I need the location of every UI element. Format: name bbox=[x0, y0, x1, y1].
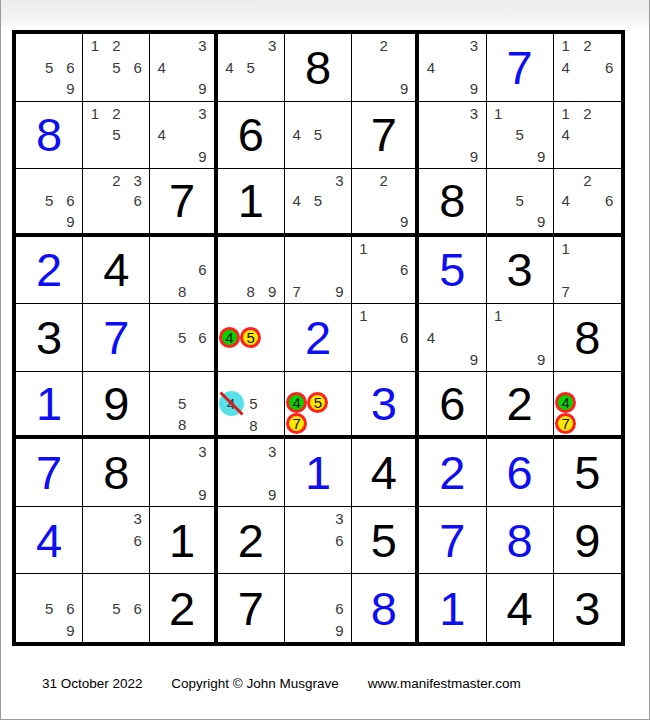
given-digit: 5 bbox=[371, 517, 397, 564]
candidate: 3 bbox=[463, 103, 484, 125]
candidate: 2 bbox=[106, 35, 127, 57]
candidate: 6 bbox=[192, 259, 212, 281]
candidate-grid: 49 bbox=[420, 305, 484, 370]
candidate: 6 bbox=[329, 597, 350, 619]
cell-r8c4[interactable]: 2 bbox=[218, 507, 285, 575]
cell-r3c4[interactable]: 1 bbox=[218, 169, 285, 237]
candidate: 9 bbox=[530, 211, 551, 232]
given-digit: 2 bbox=[507, 380, 533, 427]
candidate-grid: 125 bbox=[84, 103, 148, 168]
cell-r1c2[interactable]: 1256 bbox=[83, 34, 150, 102]
candidate-cyan-strike: 4 bbox=[219, 391, 244, 416]
solved-digit: 4 bbox=[36, 517, 62, 564]
candidate: 6 bbox=[127, 57, 148, 79]
candidate: 6 bbox=[127, 191, 148, 212]
candidate: 6 bbox=[192, 327, 212, 349]
given-digit: 9 bbox=[103, 380, 129, 427]
cell-r5c5[interactable]: 2 bbox=[285, 304, 352, 372]
given-digit: 7 bbox=[169, 177, 195, 224]
candidate: 3 bbox=[329, 508, 350, 530]
candidate: 5 bbox=[240, 57, 261, 79]
candidate: 6 bbox=[127, 529, 148, 551]
candidate-green-circle: 4 bbox=[555, 392, 576, 413]
given-digit: 5 bbox=[574, 449, 600, 496]
candidate: 3 bbox=[329, 170, 350, 191]
given-digit: 2 bbox=[238, 517, 264, 564]
given-digit: 7 bbox=[238, 585, 264, 632]
candidate-green-circle: 4 bbox=[219, 327, 240, 348]
candidate: 4 bbox=[555, 57, 577, 79]
candidate-grid: 569 bbox=[17, 35, 81, 100]
candidate: 9 bbox=[463, 78, 484, 100]
cell-r6c3[interactable]: 58 bbox=[150, 372, 217, 440]
candidate-grid: 39 bbox=[151, 440, 212, 505]
cell-r7c1[interactable]: 7 bbox=[16, 439, 83, 507]
top-gray-bar bbox=[0, 0, 650, 26]
cell-r9c5[interactable]: 69 bbox=[285, 574, 352, 642]
candidate: 8 bbox=[244, 416, 264, 434]
given-digit: 7 bbox=[371, 111, 397, 158]
cell-r1c8[interactable]: 7 bbox=[487, 34, 554, 102]
candidate-grid: 29 bbox=[353, 170, 414, 232]
candidate: 2 bbox=[106, 103, 127, 125]
candidate-grid: 39 bbox=[219, 440, 283, 505]
candidate: 1 bbox=[84, 35, 105, 57]
footer: 31 October 2022 Copyright © John Musgrav… bbox=[42, 676, 521, 691]
cell-r5c9[interactable]: 8 bbox=[554, 304, 621, 372]
candidate: 5 bbox=[307, 191, 328, 212]
candidate-grid: 16 bbox=[353, 305, 414, 370]
cell-r5c7[interactable]: 49 bbox=[419, 304, 486, 372]
cell-r4c3[interactable]: 68 bbox=[150, 237, 217, 305]
candidate-grid: 56 bbox=[151, 305, 212, 370]
cell-r7c4[interactable]: 39 bbox=[218, 439, 285, 507]
given-digit: 8 bbox=[305, 44, 331, 91]
cell-r4c1[interactable]: 2 bbox=[16, 237, 83, 305]
given-digit: 8 bbox=[103, 449, 129, 496]
candidate: 8 bbox=[240, 281, 261, 303]
solved-digit: 3 bbox=[371, 380, 397, 427]
candidate: 6 bbox=[598, 191, 620, 212]
candidate-grid: 58 bbox=[151, 373, 212, 435]
candidate-grid: 349 bbox=[151, 35, 212, 100]
candidate-grid: 59 bbox=[488, 170, 552, 232]
candidate: 9 bbox=[261, 281, 282, 303]
candidate-grid: 345 bbox=[286, 170, 350, 232]
candidate: 9 bbox=[463, 146, 484, 168]
candidate-yellow-circle: 7 bbox=[286, 413, 307, 434]
cell-r2c7[interactable]: 39 bbox=[419, 102, 486, 170]
cell-r2c4[interactable]: 6 bbox=[218, 102, 285, 170]
sudoku-board: 5691256349345829349712468125349645739159… bbox=[12, 30, 625, 646]
candidate-grid: 458 bbox=[219, 373, 283, 435]
candidate: 9 bbox=[192, 146, 212, 168]
candidate-grid: 39 bbox=[420, 103, 484, 168]
candidate-yellow-circle: 5 bbox=[307, 392, 328, 413]
cell-r1c9[interactable]: 1246 bbox=[554, 34, 621, 102]
footer-website: www.manifestmaster.com bbox=[368, 676, 521, 691]
candidate-yellow-circle: 7 bbox=[555, 413, 576, 434]
candidate-grid: 246 bbox=[555, 170, 620, 232]
solved-digit: 8 bbox=[371, 585, 397, 632]
candidate: 3 bbox=[127, 508, 148, 530]
candidate: 5 bbox=[106, 597, 127, 619]
candidate: 9 bbox=[60, 619, 81, 641]
candidate: 1 bbox=[84, 103, 105, 125]
cell-r4c9[interactable]: 17 bbox=[554, 237, 621, 305]
candidate: 2 bbox=[374, 35, 394, 57]
candidate-grid: 124 bbox=[555, 103, 620, 168]
candidate: 6 bbox=[60, 191, 81, 212]
cell-r3c1[interactable]: 569 bbox=[16, 169, 83, 237]
cell-r8c5[interactable]: 36 bbox=[285, 507, 352, 575]
solved-digit: 7 bbox=[439, 517, 465, 564]
given-digit: 6 bbox=[439, 380, 465, 427]
candidate: 4 bbox=[219, 57, 240, 79]
candidate-grid: 349 bbox=[151, 103, 212, 168]
candidate: 9 bbox=[530, 348, 551, 370]
candidate: 5 bbox=[172, 327, 192, 349]
cell-r1c5[interactable]: 8 bbox=[285, 34, 352, 102]
cell-r8c7[interactable]: 7 bbox=[419, 507, 486, 575]
candidate: 2 bbox=[577, 103, 599, 125]
given-digit: 1 bbox=[169, 517, 195, 564]
cell-r5c3[interactable]: 56 bbox=[150, 304, 217, 372]
cell-r9c4[interactable]: 7 bbox=[218, 574, 285, 642]
cell-r3c8[interactable]: 59 bbox=[487, 169, 554, 237]
cell-r2c1[interactable]: 8 bbox=[16, 102, 83, 170]
cell-r4c2[interactable]: 4 bbox=[83, 237, 150, 305]
candidate: 8 bbox=[172, 414, 192, 435]
cell-r3c7[interactable]: 8 bbox=[419, 169, 486, 237]
cell-r7c6[interactable]: 4 bbox=[352, 439, 419, 507]
candidate-green-circle: 4 bbox=[286, 392, 307, 413]
solved-digit: 8 bbox=[36, 111, 62, 158]
cell-r7c9[interactable]: 5 bbox=[554, 439, 621, 507]
solved-digit: 2 bbox=[36, 246, 62, 293]
cell-r9c2[interactable]: 56 bbox=[83, 574, 150, 642]
given-digit: 2 bbox=[169, 585, 195, 632]
cell-r1c1[interactable]: 569 bbox=[16, 34, 83, 102]
cell-r4c5[interactable]: 79 bbox=[285, 237, 352, 305]
candidate: 9 bbox=[60, 211, 81, 232]
candidate: 1 bbox=[555, 103, 577, 125]
cell-r9c1[interactable]: 569 bbox=[16, 574, 83, 642]
footer-date: 31 October 2022 bbox=[42, 676, 143, 691]
cell-r8c8[interactable]: 8 bbox=[487, 507, 554, 575]
cell-r4c6[interactable]: 16 bbox=[352, 237, 419, 305]
candidate: 1 bbox=[353, 238, 373, 260]
given-digit: 8 bbox=[574, 314, 600, 361]
candidate-grid: 17 bbox=[555, 238, 620, 303]
candidate: 6 bbox=[329, 529, 350, 551]
candidate-grid: 36 bbox=[84, 508, 148, 573]
cell-r3c3[interactable]: 7 bbox=[150, 169, 217, 237]
cell-r1c4[interactable]: 345 bbox=[218, 34, 285, 102]
candidate: 9 bbox=[329, 281, 350, 303]
candidate-grid: 345 bbox=[219, 35, 283, 100]
given-digit: 3 bbox=[36, 314, 62, 361]
given-digit: 4 bbox=[103, 246, 129, 293]
cell-r2c9[interactable]: 124 bbox=[554, 102, 621, 170]
candidate: 3 bbox=[192, 35, 212, 57]
candidate: 6 bbox=[394, 259, 414, 281]
given-digit: 9 bbox=[574, 517, 600, 564]
cell-r2c2[interactable]: 125 bbox=[83, 102, 150, 170]
given-digit: 8 bbox=[439, 177, 465, 224]
footer-copyright: Copyright © John Musgrave bbox=[171, 676, 339, 691]
candidate: 5 bbox=[509, 191, 530, 212]
candidate: 5 bbox=[38, 597, 59, 619]
cell-r7c2[interactable]: 8 bbox=[83, 439, 150, 507]
candidate: 3 bbox=[192, 440, 212, 462]
solved-digit: 1 bbox=[36, 380, 62, 427]
candidate-grid: 159 bbox=[488, 103, 552, 168]
candidate-grid: 569 bbox=[17, 170, 81, 232]
candidate-grid: 89 bbox=[219, 238, 283, 303]
candidate: 3 bbox=[127, 170, 148, 191]
candidate: 4 bbox=[420, 327, 441, 349]
cell-r9c8[interactable]: 4 bbox=[487, 574, 554, 642]
candidate: 4 bbox=[555, 191, 577, 212]
given-digit: 1 bbox=[238, 177, 264, 224]
candidate: 3 bbox=[192, 103, 212, 125]
cell-r7c8[interactable]: 6 bbox=[487, 439, 554, 507]
candidate: 2 bbox=[374, 170, 394, 191]
candidate: 1 bbox=[555, 35, 577, 57]
candidate: 2 bbox=[577, 170, 599, 191]
candidate: 9 bbox=[192, 78, 212, 100]
candidate: 5 bbox=[38, 57, 59, 79]
cell-r7c3[interactable]: 39 bbox=[150, 439, 217, 507]
cell-r6c5[interactable]: 457 bbox=[285, 372, 352, 440]
cell-r9c9[interactable]: 3 bbox=[554, 574, 621, 642]
candidate: 9 bbox=[60, 78, 81, 100]
cell-r6c2[interactable]: 9 bbox=[83, 372, 150, 440]
candidate-grid: 236 bbox=[84, 170, 148, 232]
solved-digit: 5 bbox=[439, 246, 465, 293]
candidate: 8 bbox=[172, 281, 192, 303]
cell-r6c9[interactable]: 47 bbox=[554, 372, 621, 440]
given-digit: 4 bbox=[371, 449, 397, 496]
cell-r6c7[interactable]: 6 bbox=[419, 372, 486, 440]
cell-r2c6[interactable]: 7 bbox=[352, 102, 419, 170]
cell-r5c2[interactable]: 7 bbox=[83, 304, 150, 372]
candidate-grid: 29 bbox=[353, 35, 414, 100]
candidate: 1 bbox=[488, 305, 509, 327]
cell-r6c1[interactable]: 1 bbox=[16, 372, 83, 440]
solved-digit: 7 bbox=[103, 314, 129, 361]
cell-r7c5[interactable]: 1 bbox=[285, 439, 352, 507]
candidate: 4 bbox=[151, 57, 171, 79]
candidate: 1 bbox=[353, 305, 373, 327]
candidate-grid: 56 bbox=[84, 575, 148, 641]
candidate: 4 bbox=[286, 124, 307, 146]
cell-r6c4[interactable]: 458 bbox=[218, 372, 285, 440]
candidate: 6 bbox=[127, 597, 148, 619]
candidate-grid: 1246 bbox=[555, 35, 620, 100]
candidate: 4 bbox=[286, 191, 307, 212]
cell-r4c7[interactable]: 5 bbox=[419, 237, 486, 305]
candidate-grid: 457 bbox=[286, 373, 350, 435]
candidate-grid: 68 bbox=[151, 238, 212, 303]
candidate-grid: 1256 bbox=[84, 35, 148, 100]
candidate: 2 bbox=[577, 35, 599, 57]
solved-digit: 7 bbox=[507, 44, 533, 91]
candidate: 9 bbox=[394, 211, 414, 232]
candidate: 9 bbox=[394, 78, 414, 100]
candidate: 4 bbox=[420, 57, 441, 79]
candidate: 5 bbox=[106, 57, 127, 79]
cell-r9c7[interactable]: 1 bbox=[419, 574, 486, 642]
cell-r3c2[interactable]: 236 bbox=[83, 169, 150, 237]
candidate-grid: 19 bbox=[488, 305, 552, 370]
cell-r7c7[interactable]: 2 bbox=[419, 439, 486, 507]
solved-digit: 2 bbox=[305, 314, 331, 361]
candidate: 5 bbox=[172, 393, 192, 414]
candidate: 6 bbox=[598, 57, 620, 79]
candidate-grid: 45 bbox=[219, 305, 283, 370]
solved-digit: 7 bbox=[36, 449, 62, 496]
candidate-grid: 569 bbox=[17, 575, 81, 641]
candidate-grid: 45 bbox=[286, 103, 350, 168]
cell-r9c3[interactable]: 2 bbox=[150, 574, 217, 642]
solved-digit: 8 bbox=[507, 517, 533, 564]
candidate: 5 bbox=[106, 124, 127, 146]
solved-digit: 1 bbox=[305, 449, 331, 496]
candidate: 5 bbox=[244, 391, 264, 416]
cell-r5c1[interactable]: 3 bbox=[16, 304, 83, 372]
cell-r8c2[interactable]: 36 bbox=[83, 507, 150, 575]
solved-digit: 2 bbox=[439, 449, 465, 496]
cell-r5c6[interactable]: 16 bbox=[352, 304, 419, 372]
candidate-yellow-circle: 5 bbox=[240, 327, 261, 348]
candidate-grid: 16 bbox=[353, 238, 414, 303]
candidate: 5 bbox=[509, 124, 530, 146]
solved-digit: 6 bbox=[507, 449, 533, 496]
candidate: 1 bbox=[488, 103, 509, 125]
candidate: 2 bbox=[106, 170, 127, 191]
candidate: 9 bbox=[261, 483, 282, 505]
candidate: 7 bbox=[286, 281, 307, 303]
candidate: 6 bbox=[394, 327, 414, 349]
candidate-grid: 36 bbox=[286, 508, 350, 573]
candidate-grid: 79 bbox=[286, 238, 350, 303]
cell-r5c8[interactable]: 19 bbox=[487, 304, 554, 372]
given-digit: 3 bbox=[507, 246, 533, 293]
candidate: 9 bbox=[463, 348, 484, 370]
cell-r2c8[interactable]: 159 bbox=[487, 102, 554, 170]
cell-r2c3[interactable]: 349 bbox=[150, 102, 217, 170]
cell-r8c1[interactable]: 4 bbox=[16, 507, 83, 575]
candidate: 1 bbox=[555, 238, 577, 260]
cell-r6c8[interactable]: 2 bbox=[487, 372, 554, 440]
cell-r3c9[interactable]: 246 bbox=[554, 169, 621, 237]
candidate: 3 bbox=[463, 35, 484, 57]
given-digit: 6 bbox=[238, 111, 264, 158]
cell-r4c4[interactable]: 89 bbox=[218, 237, 285, 305]
cell-r5c4[interactable]: 45 bbox=[218, 304, 285, 372]
cell-r2c5[interactable]: 45 bbox=[285, 102, 352, 170]
candidate: 6 bbox=[60, 57, 81, 79]
candidate: 6 bbox=[60, 597, 81, 619]
candidate: 5 bbox=[307, 124, 328, 146]
cell-r1c7[interactable]: 349 bbox=[419, 34, 486, 102]
candidate: 7 bbox=[555, 281, 577, 303]
cell-r8c9[interactable]: 9 bbox=[554, 507, 621, 575]
cell-r3c6[interactable]: 29 bbox=[352, 169, 419, 237]
candidate: 3 bbox=[261, 35, 282, 57]
given-digit: 3 bbox=[574, 585, 600, 632]
candidate: 4 bbox=[151, 124, 171, 146]
candidate: 3 bbox=[261, 440, 282, 462]
given-digit: 4 bbox=[507, 585, 533, 632]
candidate-grid: 69 bbox=[286, 575, 350, 641]
candidate: 9 bbox=[192, 483, 212, 505]
candidate: 9 bbox=[329, 619, 350, 641]
cell-r4c8[interactable]: 3 bbox=[487, 237, 554, 305]
cell-r6c6[interactable]: 3 bbox=[352, 372, 419, 440]
cell-r8c6[interactable]: 5 bbox=[352, 507, 419, 575]
candidate: 4 bbox=[555, 124, 577, 146]
cell-r3c5[interactable]: 345 bbox=[285, 169, 352, 237]
cell-r8c3[interactable]: 1 bbox=[150, 507, 217, 575]
cell-r9c6[interactable]: 8 bbox=[352, 574, 419, 642]
candidate-grid: 47 bbox=[555, 373, 620, 435]
candidate-grid: 349 bbox=[420, 35, 484, 100]
candidate: 9 bbox=[530, 146, 551, 168]
cell-r1c6[interactable]: 29 bbox=[352, 34, 419, 102]
solved-digit: 1 bbox=[439, 585, 465, 632]
candidate: 5 bbox=[38, 191, 59, 212]
cell-r1c3[interactable]: 349 bbox=[150, 34, 217, 102]
